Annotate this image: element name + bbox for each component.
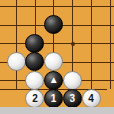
move-number-label: 2 [32, 94, 38, 104]
stone-black [25, 34, 44, 53]
stone-black-move-3: 3 [63, 89, 82, 108]
move-number-label: 4 [88, 94, 94, 104]
stone-black-triangle-marked: ▲ [44, 71, 63, 90]
go-board[interactable]: ▲2134 [0, 0, 114, 107]
stone-white-move-2: 2 [25, 89, 44, 108]
stone-white [44, 52, 63, 71]
stone-white [63, 71, 82, 90]
grid-line [0, 6, 114, 7]
stone-white [7, 52, 26, 71]
move-number-label: 3 [70, 94, 76, 104]
stone-black-move-1: 1 [44, 89, 63, 108]
grid-line [91, 0, 92, 89]
stone-black [25, 52, 44, 71]
stone-black [44, 15, 63, 34]
stone-white-move-4: 4 [82, 89, 101, 108]
move-number-label: 1 [51, 94, 57, 104]
grid-line [16, 0, 17, 89]
stone-white [25, 71, 44, 90]
go-problem-thumbnail[interactable]: ▲2134 [0, 0, 114, 114]
grid-line [0, 43, 114, 44]
star-point [71, 42, 75, 46]
grid-line [110, 0, 111, 89]
triangle-mark-icon: ▲ [49, 75, 59, 85]
board-bottom-margin [0, 107, 114, 114]
